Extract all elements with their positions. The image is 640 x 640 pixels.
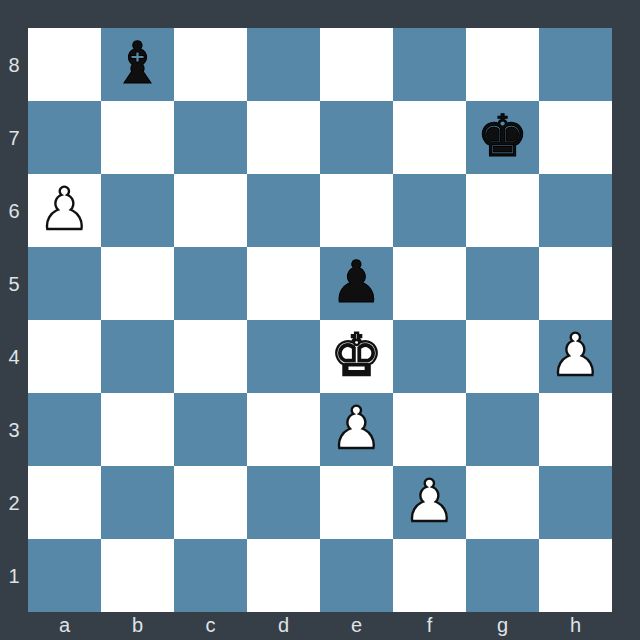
square-c5[interactable] (174, 247, 247, 320)
square-f6[interactable] (393, 174, 466, 247)
square-g3[interactable] (466, 393, 539, 466)
square-h4[interactable]: ♟ (539, 320, 612, 393)
rank-label-8: 8 (0, 28, 28, 101)
square-g4[interactable] (466, 320, 539, 393)
square-e6[interactable] (320, 174, 393, 247)
square-d2[interactable] (247, 466, 320, 539)
black-pawn[interactable]: ♟ (331, 253, 383, 311)
square-e5[interactable]: ♟ (320, 247, 393, 320)
rank-label-4: 4 (0, 320, 28, 393)
square-h8[interactable] (539, 28, 612, 101)
square-e8[interactable] (320, 28, 393, 101)
square-f5[interactable] (393, 247, 466, 320)
square-c4[interactable] (174, 320, 247, 393)
square-e4[interactable]: ♚ (320, 320, 393, 393)
white-pawn[interactable]: ♟ (39, 180, 91, 238)
file-label-c: c (174, 612, 247, 640)
file-labels: abcdefgh (28, 612, 612, 640)
chess-board-frame: 87654321 abcdefgh ♝♚♟♟♚♟♟♟ (0, 0, 640, 640)
square-a7[interactable] (28, 101, 101, 174)
rank-label-5: 5 (0, 247, 28, 320)
black-bishop[interactable]: ♝ (112, 34, 164, 92)
square-e7[interactable] (320, 101, 393, 174)
square-f1[interactable] (393, 539, 466, 612)
file-label-f: f (393, 612, 466, 640)
square-b5[interactable] (101, 247, 174, 320)
square-b8[interactable]: ♝ (101, 28, 174, 101)
rank-label-3: 3 (0, 393, 28, 466)
square-h6[interactable] (539, 174, 612, 247)
square-a6[interactable]: ♟ (28, 174, 101, 247)
square-d1[interactable] (247, 539, 320, 612)
square-f7[interactable] (393, 101, 466, 174)
square-d7[interactable] (247, 101, 320, 174)
file-label-b: b (101, 612, 174, 640)
square-e3[interactable]: ♟ (320, 393, 393, 466)
square-a5[interactable] (28, 247, 101, 320)
square-h5[interactable] (539, 247, 612, 320)
rank-labels: 87654321 (0, 28, 28, 612)
black-king[interactable]: ♚ (477, 107, 529, 165)
square-g5[interactable] (466, 247, 539, 320)
square-g6[interactable] (466, 174, 539, 247)
square-a8[interactable] (28, 28, 101, 101)
square-b3[interactable] (101, 393, 174, 466)
square-d4[interactable] (247, 320, 320, 393)
square-a1[interactable] (28, 539, 101, 612)
square-e2[interactable] (320, 466, 393, 539)
square-h7[interactable] (539, 101, 612, 174)
square-g2[interactable] (466, 466, 539, 539)
square-d5[interactable] (247, 247, 320, 320)
square-f2[interactable]: ♟ (393, 466, 466, 539)
square-a2[interactable] (28, 466, 101, 539)
square-c8[interactable] (174, 28, 247, 101)
chess-board: ♝♚♟♟♚♟♟♟ (28, 28, 612, 612)
square-b4[interactable] (101, 320, 174, 393)
square-c2[interactable] (174, 466, 247, 539)
square-f4[interactable] (393, 320, 466, 393)
white-king[interactable]: ♚ (331, 326, 383, 384)
square-b2[interactable] (101, 466, 174, 539)
square-h1[interactable] (539, 539, 612, 612)
white-pawn[interactable]: ♟ (550, 326, 602, 384)
square-c1[interactable] (174, 539, 247, 612)
rank-label-2: 2 (0, 466, 28, 539)
file-label-a: a (28, 612, 101, 640)
rank-label-7: 7 (0, 101, 28, 174)
square-b1[interactable] (101, 539, 174, 612)
white-pawn[interactable]: ♟ (331, 399, 383, 457)
square-h2[interactable] (539, 466, 612, 539)
file-label-h: h (539, 612, 612, 640)
square-a4[interactable] (28, 320, 101, 393)
square-f8[interactable] (393, 28, 466, 101)
square-a3[interactable] (28, 393, 101, 466)
square-c6[interactable] (174, 174, 247, 247)
square-d6[interactable] (247, 174, 320, 247)
rank-label-6: 6 (0, 174, 28, 247)
file-label-d: d (247, 612, 320, 640)
square-g7[interactable]: ♚ (466, 101, 539, 174)
white-pawn[interactable]: ♟ (404, 472, 456, 530)
square-f3[interactable] (393, 393, 466, 466)
file-label-e: e (320, 612, 393, 640)
square-h3[interactable] (539, 393, 612, 466)
square-c7[interactable] (174, 101, 247, 174)
square-d3[interactable] (247, 393, 320, 466)
square-g8[interactable] (466, 28, 539, 101)
square-b6[interactable] (101, 174, 174, 247)
square-d8[interactable] (247, 28, 320, 101)
square-c3[interactable] (174, 393, 247, 466)
square-g1[interactable] (466, 539, 539, 612)
square-b7[interactable] (101, 101, 174, 174)
file-label-g: g (466, 612, 539, 640)
rank-label-1: 1 (0, 539, 28, 612)
square-e1[interactable] (320, 539, 393, 612)
